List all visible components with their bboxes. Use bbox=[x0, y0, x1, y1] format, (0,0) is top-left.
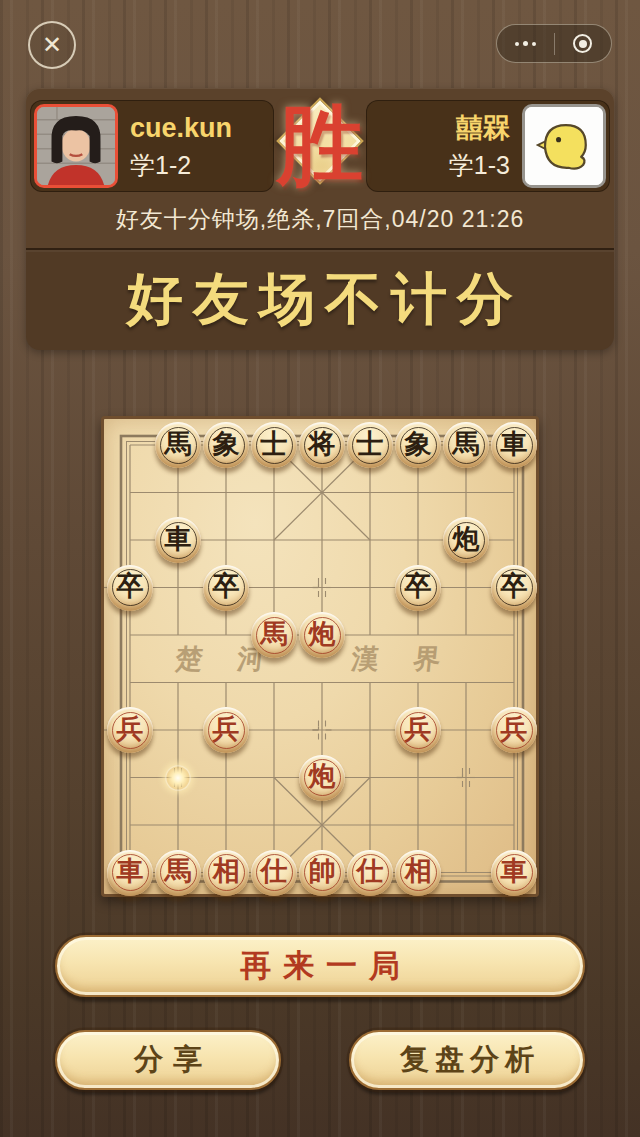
piece-red-f3r9[interactable]: 仕 bbox=[251, 850, 297, 896]
piece-red-f0r6[interactable]: 兵 bbox=[107, 707, 153, 753]
badge-win-character: 胜 bbox=[277, 103, 363, 189]
match-info-text: 好友十分钟场,绝杀,7回合,04/20 21:26 bbox=[26, 204, 614, 235]
piece-glyph: 炮 bbox=[309, 763, 336, 790]
xiangqi-board[interactable]: 楚 河 漢 界 馬象士将士象馬車車炮卒卒卒卒馬炮兵兵兵兵炮車馬相仕帥仕相車 bbox=[101, 416, 539, 897]
piece-glyph: 車 bbox=[501, 858, 528, 885]
piece-red-f8r9[interactable]: 車 bbox=[491, 850, 537, 896]
piece-red-f6r9[interactable]: 相 bbox=[395, 850, 441, 896]
player-card-right[interactable]: 囍槑 学1-3 bbox=[366, 100, 610, 192]
piece-glyph: 将 bbox=[309, 431, 336, 458]
piece-glyph: 卒 bbox=[405, 573, 432, 600]
piece-glyph: 馬 bbox=[165, 858, 192, 885]
victory-badge: 胜 bbox=[265, 88, 375, 208]
player-card-left[interactable]: cue.kun 学1-2 bbox=[30, 100, 274, 192]
piece-glyph: 卒 bbox=[501, 573, 528, 600]
piece-glyph: 仕 bbox=[357, 858, 384, 885]
piece-glyph: 馬 bbox=[165, 431, 192, 458]
left-player-rank: 学1-2 bbox=[130, 150, 232, 180]
piece-glyph: 炮 bbox=[309, 621, 336, 648]
capture-circle-icon bbox=[573, 34, 592, 53]
close-icon: ✕ bbox=[42, 31, 62, 59]
right-player-avatar[interactable] bbox=[522, 104, 606, 188]
piece-black-f1r2[interactable]: 車 bbox=[155, 517, 201, 563]
piece-glyph: 馬 bbox=[261, 621, 288, 648]
piece-red-f4r4[interactable]: 炮 bbox=[299, 612, 345, 658]
piece-red-f4r9[interactable]: 帥 bbox=[299, 850, 345, 896]
river-label-right: 漢 界 bbox=[350, 641, 457, 677]
piece-black-f8r3[interactable]: 卒 bbox=[491, 565, 537, 611]
piece-glyph: 兵 bbox=[501, 716, 528, 743]
piece-red-f2r6[interactable]: 兵 bbox=[203, 707, 249, 753]
piece-black-f7r2[interactable]: 炮 bbox=[443, 517, 489, 563]
woman-portrait-image bbox=[37, 107, 115, 185]
piece-red-f8r6[interactable]: 兵 bbox=[491, 707, 537, 753]
title-band: 好友场不计分 bbox=[26, 248, 614, 350]
piece-red-f5r9[interactable]: 仕 bbox=[347, 850, 393, 896]
piece-glyph: 兵 bbox=[213, 716, 240, 743]
piece-glyph: 相 bbox=[405, 858, 432, 885]
review-button[interactable]: 复盘分析 bbox=[349, 1030, 585, 1090]
piece-red-f3r4[interactable]: 馬 bbox=[251, 612, 297, 658]
more-dots-icon bbox=[532, 42, 536, 46]
piece-black-f2r0[interactable]: 象 bbox=[203, 422, 249, 468]
right-player-info: 囍槑 学1-3 bbox=[449, 112, 510, 180]
piece-glyph: 卒 bbox=[213, 573, 240, 600]
page-title: 好友场不计分 bbox=[117, 262, 523, 338]
result-panel: cue.kun 学1-2 胜 囍槑 学1-3 好友十分钟场,绝杀, bbox=[26, 88, 614, 350]
top-bar: ✕ bbox=[0, 0, 640, 78]
piece-glyph: 象 bbox=[213, 431, 240, 458]
piece-black-f0r3[interactable]: 卒 bbox=[107, 565, 153, 611]
piece-glyph: 馬 bbox=[453, 431, 480, 458]
piece-black-f7r0[interactable]: 馬 bbox=[443, 422, 489, 468]
last-move-origin-marker bbox=[165, 765, 191, 791]
board-grid bbox=[104, 419, 542, 900]
player-row: cue.kun 学1-2 胜 囍槑 学1-3 bbox=[26, 88, 614, 192]
piece-glyph: 帥 bbox=[309, 858, 336, 885]
piece-glyph: 車 bbox=[501, 431, 528, 458]
piece-black-f5r0[interactable]: 士 bbox=[347, 422, 393, 468]
piece-black-f8r0[interactable]: 車 bbox=[491, 422, 537, 468]
right-player-rank: 学1-3 bbox=[449, 150, 510, 180]
piece-glyph: 車 bbox=[117, 858, 144, 885]
piece-glyph: 士 bbox=[261, 431, 288, 458]
game-result-screen: { "game": "xiangqi", "top_bar": { "close… bbox=[0, 0, 640, 1137]
piece-black-f2r3[interactable]: 卒 bbox=[203, 565, 249, 611]
piece-glyph: 兵 bbox=[405, 716, 432, 743]
close-button[interactable]: ✕ bbox=[28, 21, 76, 69]
piece-glyph: 卒 bbox=[117, 573, 144, 600]
piece-glyph: 炮 bbox=[453, 526, 480, 553]
left-player-avatar[interactable] bbox=[34, 104, 118, 188]
piece-glyph: 士 bbox=[357, 431, 384, 458]
piece-glyph: 相 bbox=[213, 858, 240, 885]
left-player-name: cue.kun bbox=[130, 112, 232, 144]
piece-red-f2r9[interactable]: 相 bbox=[203, 850, 249, 896]
more-dots-icon bbox=[515, 42, 519, 46]
piece-black-f3r0[interactable]: 士 bbox=[251, 422, 297, 468]
wechat-capsule bbox=[496, 24, 612, 63]
more-options-button[interactable] bbox=[497, 25, 554, 62]
minimize-button[interactable] bbox=[555, 25, 612, 62]
piece-glyph: 象 bbox=[405, 431, 432, 458]
piece-black-f6r3[interactable]: 卒 bbox=[395, 565, 441, 611]
right-player-name: 囍槑 bbox=[456, 112, 510, 144]
piece-red-f1r9[interactable]: 馬 bbox=[155, 850, 201, 896]
piece-glyph: 仕 bbox=[261, 858, 288, 885]
share-button[interactable]: 分享 bbox=[55, 1030, 281, 1090]
piece-glyph: 兵 bbox=[117, 716, 144, 743]
left-player-info: cue.kun 学1-2 bbox=[130, 112, 232, 180]
chick-image bbox=[525, 107, 603, 185]
rematch-button[interactable]: 再来一局 bbox=[55, 935, 585, 997]
more-dots-icon bbox=[523, 41, 528, 46]
piece-black-f6r0[interactable]: 象 bbox=[395, 422, 441, 468]
piece-glyph: 車 bbox=[165, 526, 192, 553]
piece-red-f0r9[interactable]: 車 bbox=[107, 850, 153, 896]
piece-black-f4r0[interactable]: 将 bbox=[299, 422, 345, 468]
piece-black-f1r0[interactable]: 馬 bbox=[155, 422, 201, 468]
piece-red-f4r7[interactable]: 炮 bbox=[299, 755, 345, 801]
piece-red-f6r6[interactable]: 兵 bbox=[395, 707, 441, 753]
